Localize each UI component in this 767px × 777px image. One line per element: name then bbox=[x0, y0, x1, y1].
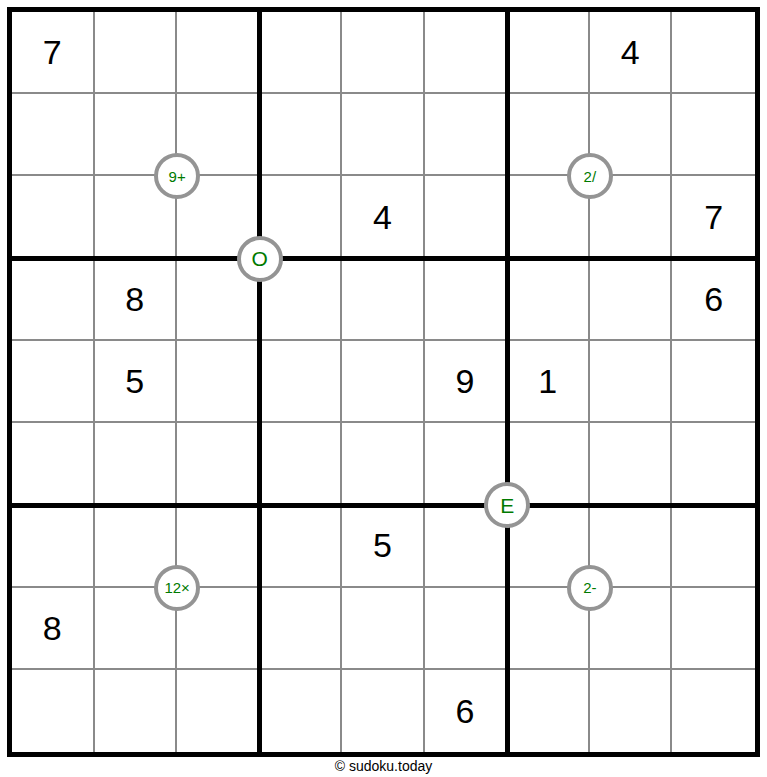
mathrax-circles-layer: 9+2/OE12×2- bbox=[12, 12, 755, 752]
sudoku-board: 744786591586 9+2/OE12×2- bbox=[7, 7, 760, 757]
mathrax-circle-2/: 2/ bbox=[567, 153, 613, 199]
mathrax-circle-9+: 9+ bbox=[154, 153, 200, 199]
copyright: © sudoku.today bbox=[0, 758, 767, 774]
mathrax-circle-2-: 2- bbox=[567, 565, 613, 611]
mathrax-circle-12×: 12× bbox=[154, 565, 200, 611]
mathrax-circle-E: E bbox=[484, 482, 530, 528]
mathrax-circle-O: O bbox=[237, 236, 283, 282]
